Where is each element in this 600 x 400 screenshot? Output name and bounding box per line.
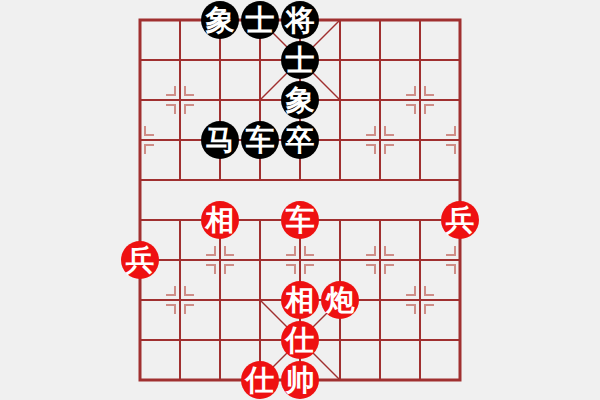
black-advisor[interactable]: 士 bbox=[281, 41, 319, 79]
red-soldier[interactable]: 兵 bbox=[121, 241, 159, 279]
red-general[interactable]: 帅 bbox=[281, 361, 319, 399]
xiangqi-board: 象士将士象马车卒相车兵兵相炮仕仕帅 bbox=[0, 0, 600, 400]
red-cannon[interactable]: 炮 bbox=[321, 281, 359, 319]
black-elephant[interactable]: 象 bbox=[201, 1, 239, 39]
black-chariot[interactable]: 车 bbox=[241, 121, 279, 159]
black-general[interactable]: 将 bbox=[281, 1, 319, 39]
red-elephant[interactable]: 相 bbox=[201, 201, 239, 239]
black-soldier[interactable]: 卒 bbox=[281, 121, 319, 159]
black-advisor[interactable]: 士 bbox=[241, 1, 279, 39]
red-advisor[interactable]: 仕 bbox=[241, 361, 279, 399]
black-elephant[interactable]: 象 bbox=[281, 81, 319, 119]
black-horse[interactable]: 马 bbox=[201, 121, 239, 159]
red-elephant[interactable]: 相 bbox=[281, 281, 319, 319]
red-advisor[interactable]: 仕 bbox=[281, 321, 319, 359]
red-chariot[interactable]: 车 bbox=[281, 201, 319, 239]
pieces-layer: 象士将士象马车卒相车兵兵相炮仕仕帅 bbox=[120, 0, 480, 400]
red-soldier[interactable]: 兵 bbox=[441, 201, 479, 239]
